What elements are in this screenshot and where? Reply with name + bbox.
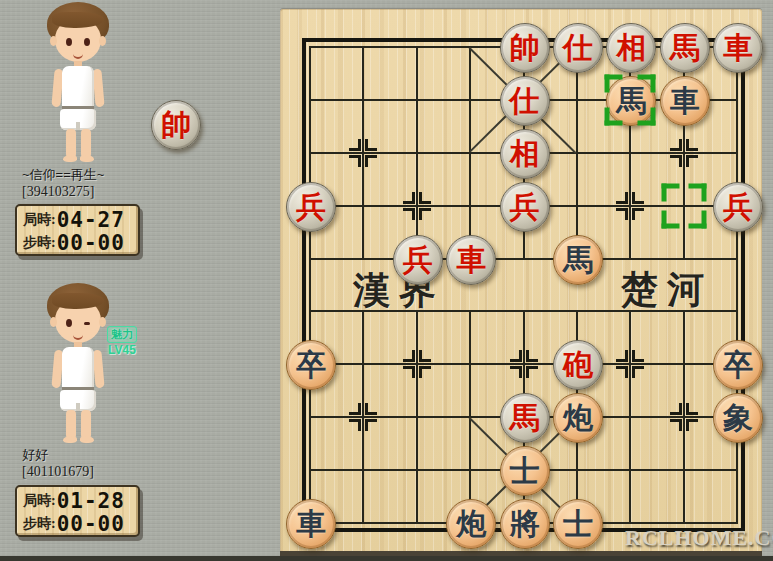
grid-line-vertical: [416, 47, 418, 259]
piece-character: 帥: [510, 33, 540, 63]
player2-id: [401101679]: [22, 464, 172, 480]
point-marker: [616, 350, 644, 378]
point-marker: [403, 350, 431, 378]
game-time-label: 局時:: [23, 211, 56, 229]
piece-character: 仕: [563, 33, 593, 63]
point-marker: [616, 192, 644, 220]
piece-red-advisor[interactable]: 仕: [500, 76, 550, 126]
piece-character: 車: [296, 509, 326, 539]
move-time-label: 步時:: [23, 234, 56, 252]
watermark-text: RCLHOME.COM: [625, 525, 771, 551]
player1-game-time: 04-27: [57, 208, 125, 232]
point-marker: [349, 139, 377, 167]
piece-black-advisor[interactable]: 士: [553, 499, 603, 549]
piece-red-king[interactable]: 帥: [500, 23, 550, 73]
grid-line-vertical: [416, 311, 418, 523]
player2-timer: 局時: 01-28 步時: 00-00: [15, 485, 140, 537]
piece-character: 兵: [510, 192, 540, 222]
move-time-label: 步時:: [23, 515, 56, 533]
piece-red-cannon[interactable]: 砲: [553, 340, 603, 390]
grid-line-vertical: [736, 47, 738, 523]
charm-badge-level: LV45: [98, 343, 146, 357]
piece-red-chariot[interactable]: 車: [446, 235, 496, 285]
piece-character: 兵: [723, 192, 753, 222]
point-marker: [349, 403, 377, 431]
player1-move-time: 00-00: [57, 231, 125, 255]
piece-black-chariot[interactable]: 車: [660, 76, 710, 126]
game-time-label: 局時:: [23, 492, 56, 510]
piece-black-chariot[interactable]: 車: [286, 499, 336, 549]
player1-timer: 局時: 04-27 步時: 00-00: [15, 204, 140, 256]
piece-character: 兵: [403, 245, 433, 275]
piece-character: 馬: [510, 403, 540, 433]
piece-red-soldier[interactable]: 兵: [393, 235, 443, 285]
piece-black-king[interactable]: 將: [500, 499, 550, 549]
charm-badge: 魅力 LV45: [98, 324, 146, 357]
player1-id: [394103275]: [22, 184, 172, 200]
piece-black-elephant[interactable]: 象: [713, 393, 763, 443]
piece-character: 馬: [670, 33, 700, 63]
piece-black-soldier[interactable]: 卒: [713, 340, 763, 390]
piece-character: 車: [723, 33, 753, 63]
piece-character: 炮: [563, 403, 593, 433]
player2-game-time: 01-28: [57, 489, 125, 513]
point-marker: [510, 350, 538, 378]
last-move-from-marker: [661, 183, 706, 228]
player1-name: ~信仰==再生~: [22, 166, 172, 184]
piece-red-elephant[interactable]: 相: [606, 23, 656, 73]
piece-character: 士: [510, 456, 540, 486]
piece-red-soldier[interactable]: 兵: [500, 182, 550, 232]
piece-black-advisor[interactable]: 士: [500, 446, 550, 496]
point-marker: [670, 139, 698, 167]
piece-red-advisor[interactable]: 仕: [553, 23, 603, 73]
player2-move-time: 00-00: [57, 512, 125, 536]
piece-character: 車: [670, 86, 700, 116]
piece-red-horse[interactable]: 馬: [660, 23, 710, 73]
piece-character: 車: [456, 245, 486, 275]
player2-name: 好好: [22, 446, 172, 464]
piece-character: 馬: [563, 245, 593, 275]
point-marker: [670, 403, 698, 431]
grid-line-vertical: [629, 311, 631, 523]
charm-badge-title: 魅力: [107, 326, 137, 343]
point-marker: [403, 192, 431, 220]
piece-black-soldier[interactable]: 卒: [286, 340, 336, 390]
piece-character: 炮: [456, 509, 486, 539]
piece-character: 兵: [296, 192, 326, 222]
last-move-to-marker: [605, 74, 656, 125]
window-bottom-edge: [0, 556, 773, 561]
piece-red-elephant[interactable]: 相: [500, 129, 550, 179]
piece-character: 仕: [510, 86, 540, 116]
grid-line-vertical: [309, 47, 311, 523]
red-side-indicator-piece: 帥: [151, 100, 201, 150]
piece-black-horse[interactable]: 馬: [553, 235, 603, 285]
piece-character: 將: [510, 509, 540, 539]
piece-character: 砲: [563, 350, 593, 380]
piece-character: 卒: [723, 350, 753, 380]
piece-character: 相: [616, 33, 646, 63]
player2-avatar: [38, 283, 118, 445]
piece-red-soldier[interactable]: 兵: [713, 182, 763, 232]
piece-red-horse[interactable]: 馬: [500, 393, 550, 443]
player1-avatar: [38, 2, 118, 164]
piece-black-cannon[interactable]: 炮: [446, 499, 496, 549]
piece-character: 士: [563, 509, 593, 539]
river-label-right: 楚河: [621, 265, 713, 315]
piece-character: 象: [723, 403, 753, 433]
piece-red-chariot[interactable]: 車: [713, 23, 763, 73]
piece-character: 相: [510, 139, 540, 169]
piece-red-soldier[interactable]: 兵: [286, 182, 336, 232]
piece-character: 卒: [296, 350, 326, 380]
piece-black-cannon[interactable]: 炮: [553, 393, 603, 443]
xiangqi-game-window: 帥仕相馬車仕馬車相兵兵兵兵車馬卒砲卒馬炮象士車炮將士 漢界 楚河 RCLHOME…: [0, 0, 773, 561]
